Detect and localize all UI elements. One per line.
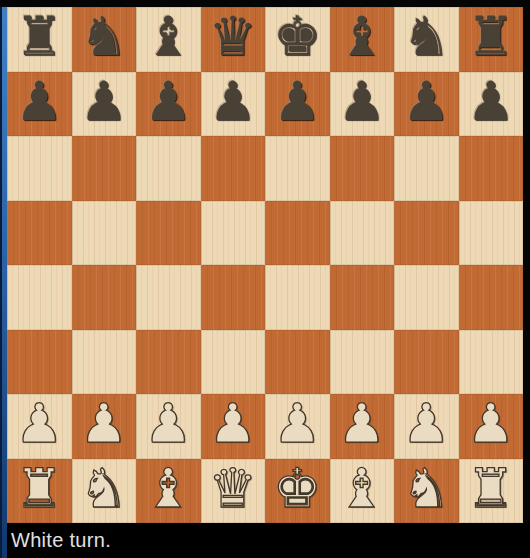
black-knight[interactable]: ♞ [402, 10, 450, 64]
square-e5[interactable] [265, 201, 330, 266]
square-d2[interactable]: ♟ [201, 394, 266, 459]
square-a3[interactable] [7, 330, 72, 395]
black-pawn[interactable]: ♟ [209, 75, 257, 129]
black-pawn[interactable]: ♟ [15, 75, 63, 129]
square-b1[interactable]: ♞ [72, 459, 137, 524]
white-pawn[interactable]: ♟ [467, 397, 515, 451]
square-a5[interactable] [7, 201, 72, 266]
square-b8[interactable]: ♞ [72, 7, 137, 72]
square-h7[interactable]: ♟ [459, 72, 524, 137]
square-e1[interactable]: ♚ [265, 459, 330, 524]
white-pawn[interactable]: ♟ [402, 397, 450, 451]
square-d1[interactable]: ♛ [201, 459, 266, 524]
square-h8[interactable]: ♜ [459, 7, 524, 72]
square-d6[interactable] [201, 136, 266, 201]
black-pawn[interactable]: ♟ [467, 75, 515, 129]
white-knight[interactable]: ♞ [402, 462, 450, 516]
square-a6[interactable] [7, 136, 72, 201]
white-bishop[interactable]: ♝ [144, 462, 192, 516]
square-b6[interactable] [72, 136, 137, 201]
square-h4[interactable] [459, 265, 524, 330]
square-c6[interactable] [136, 136, 201, 201]
chess-board: ♜♞♝♛♚♝♞♜♟♟♟♟♟♟♟♟♟♟♟♟♟♟♟♟♜♞♝♛♚♝♞♜ [7, 7, 523, 523]
black-rook[interactable]: ♜ [467, 10, 515, 64]
square-d3[interactable] [201, 330, 266, 395]
white-pawn[interactable]: ♟ [144, 397, 192, 451]
white-pawn[interactable]: ♟ [273, 397, 321, 451]
white-pawn[interactable]: ♟ [80, 397, 128, 451]
square-f5[interactable] [330, 201, 395, 266]
black-bishop[interactable]: ♝ [144, 10, 192, 64]
square-d5[interactable] [201, 201, 266, 266]
square-e4[interactable] [265, 265, 330, 330]
square-g5[interactable] [394, 201, 459, 266]
chess-app-window: ♜♞♝♛♚♝♞♜♟♟♟♟♟♟♟♟♟♟♟♟♟♟♟♟♜♞♝♛♚♝♞♜ White t… [0, 0, 530, 558]
square-c8[interactable]: ♝ [136, 7, 201, 72]
white-bishop[interactable]: ♝ [338, 462, 386, 516]
square-e8[interactable]: ♚ [265, 7, 330, 72]
left-frame-strip [0, 7, 7, 558]
square-d8[interactable]: ♛ [201, 7, 266, 72]
square-e3[interactable] [265, 330, 330, 395]
square-b4[interactable] [72, 265, 137, 330]
black-rook[interactable]: ♜ [15, 10, 63, 64]
square-d4[interactable] [201, 265, 266, 330]
square-f8[interactable]: ♝ [330, 7, 395, 72]
white-rook[interactable]: ♜ [15, 462, 63, 516]
turn-indicator: White turn. [7, 529, 111, 552]
black-pawn[interactable]: ♟ [144, 75, 192, 129]
square-c2[interactable]: ♟ [136, 394, 201, 459]
square-b7[interactable]: ♟ [72, 72, 137, 137]
white-pawn[interactable]: ♟ [209, 397, 257, 451]
white-knight[interactable]: ♞ [80, 462, 128, 516]
black-pawn[interactable]: ♟ [338, 75, 386, 129]
black-pawn[interactable]: ♟ [273, 75, 321, 129]
square-a8[interactable]: ♜ [7, 7, 72, 72]
square-c1[interactable]: ♝ [136, 459, 201, 524]
white-queen[interactable]: ♛ [209, 462, 257, 516]
square-b3[interactable] [72, 330, 137, 395]
black-bishop[interactable]: ♝ [338, 10, 386, 64]
square-h5[interactable] [459, 201, 524, 266]
status-bar: White turn. [7, 523, 530, 558]
black-king[interactable]: ♚ [273, 10, 321, 64]
square-e2[interactable]: ♟ [265, 394, 330, 459]
square-e6[interactable] [265, 136, 330, 201]
square-f2[interactable]: ♟ [330, 394, 395, 459]
square-b2[interactable]: ♟ [72, 394, 137, 459]
white-pawn[interactable]: ♟ [338, 397, 386, 451]
square-h2[interactable]: ♟ [459, 394, 524, 459]
square-g1[interactable]: ♞ [394, 459, 459, 524]
square-f6[interactable] [330, 136, 395, 201]
black-knight[interactable]: ♞ [80, 10, 128, 64]
square-b5[interactable] [72, 201, 137, 266]
square-f3[interactable] [330, 330, 395, 395]
square-g4[interactable] [394, 265, 459, 330]
square-c4[interactable] [136, 265, 201, 330]
square-g6[interactable] [394, 136, 459, 201]
square-c3[interactable] [136, 330, 201, 395]
white-rook[interactable]: ♜ [467, 462, 515, 516]
square-h6[interactable] [459, 136, 524, 201]
square-a4[interactable] [7, 265, 72, 330]
white-pawn[interactable]: ♟ [15, 397, 63, 451]
square-g7[interactable]: ♟ [394, 72, 459, 137]
square-c5[interactable] [136, 201, 201, 266]
square-a7[interactable]: ♟ [7, 72, 72, 137]
square-g8[interactable]: ♞ [394, 7, 459, 72]
right-frame-strip [523, 7, 530, 558]
square-h1[interactable]: ♜ [459, 459, 524, 524]
square-f4[interactable] [330, 265, 395, 330]
black-queen[interactable]: ♛ [209, 10, 257, 64]
square-d7[interactable]: ♟ [201, 72, 266, 137]
square-g2[interactable]: ♟ [394, 394, 459, 459]
square-f1[interactable]: ♝ [330, 459, 395, 524]
square-f7[interactable]: ♟ [330, 72, 395, 137]
square-g3[interactable] [394, 330, 459, 395]
square-a1[interactable]: ♜ [7, 459, 72, 524]
top-frame-strip [0, 0, 530, 7]
white-king[interactable]: ♚ [273, 462, 321, 516]
square-a2[interactable]: ♟ [7, 394, 72, 459]
square-h3[interactable] [459, 330, 524, 395]
black-pawn[interactable]: ♟ [402, 75, 450, 129]
square-c7[interactable]: ♟ [136, 72, 201, 137]
black-pawn[interactable]: ♟ [80, 75, 128, 129]
square-e7[interactable]: ♟ [265, 72, 330, 137]
